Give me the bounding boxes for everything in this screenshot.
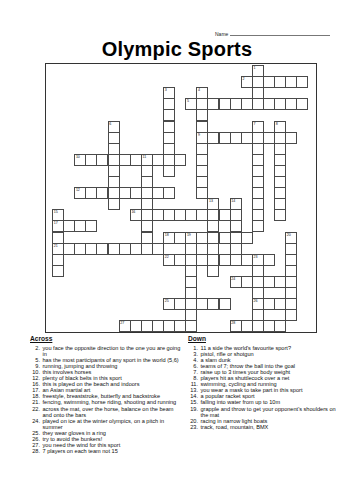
down-column: Down 1.11 a side the world's favourite s… [188, 336, 340, 430]
clue-number: 2. [30, 345, 40, 357]
page-title: Olympic Sports [0, 38, 354, 61]
clue-number: 19. [188, 406, 198, 418]
cell-number: 8 [276, 122, 278, 126]
clue-item: 28.7 players on each team not 15 [30, 448, 183, 454]
grid-cell[interactable] [163, 165, 175, 177]
cell-number: 1 [253, 66, 255, 70]
grid-cell[interactable] [52, 265, 64, 277]
crossword-box: 1234567891011121314151617181920212223242… [45, 63, 317, 333]
cell-number: 13 [209, 199, 213, 203]
cell-number: 17 [54, 221, 58, 225]
cell-number: 12 [76, 188, 80, 192]
grid-cell[interactable] [252, 220, 264, 232]
clue-number: 22. [30, 406, 40, 418]
grid-cell[interactable] [219, 298, 231, 310]
grid-cell[interactable] [85, 220, 97, 232]
cell-number: 6 [109, 122, 111, 126]
cell-number: 25 [165, 299, 169, 303]
grid-cell[interactable] [108, 198, 120, 210]
cell-number: 28 [231, 321, 235, 325]
clue-text: you face the opposite direction to the o… [43, 345, 184, 357]
cell-number: 4 [198, 88, 200, 92]
cell-number: 5 [187, 99, 189, 103]
clue-number: 28. [30, 448, 40, 454]
cell-number: 19 [187, 233, 191, 237]
cell-number: 22 [165, 255, 169, 259]
clue-item: 24.played on ice at the winter olympics,… [30, 418, 183, 430]
cell-number: 15 [54, 210, 58, 214]
clue-text: played on ice at the winter olympics, on… [43, 418, 184, 430]
cell-number: 9 [198, 133, 200, 137]
name-input-line[interactable] [230, 29, 330, 36]
clue-item: 2.you face the opposite direction to the… [30, 345, 183, 357]
clue-text: track, road, mountain, BMX [201, 424, 341, 430]
grid-cell[interactable] [263, 254, 275, 266]
cell-number: 16 [131, 210, 135, 214]
across-header: Across [30, 336, 183, 342]
clue-item: 19.grapple and throw to get your opponen… [188, 406, 340, 418]
cell-number: 21 [54, 244, 58, 248]
down-list: 1.11 a side the world's favourite sport?… [188, 345, 340, 430]
name-field: Name [215, 29, 345, 37]
grid-cell[interactable] [296, 98, 308, 110]
cell-number: 26 [253, 299, 257, 303]
clue-text: across the mat, over the horse, balance … [43, 406, 184, 418]
cell-number: 14 [231, 199, 235, 203]
grid-cell[interactable] [285, 132, 297, 144]
grid-cell[interactable] [207, 265, 219, 277]
grid-cell[interactable] [163, 187, 175, 199]
cell-number: 11 [142, 155, 146, 159]
clue-number: 24. [30, 418, 40, 430]
name-label: Name [215, 31, 228, 37]
grid-cell[interactable] [285, 309, 297, 321]
cell-number: 18 [165, 233, 169, 237]
cell-number: 7 [253, 122, 255, 126]
cell-number: 23 [253, 255, 257, 259]
clue-item: 23.track, road, mountain, BMX [188, 424, 340, 430]
cell-number: 3 [165, 88, 167, 92]
worksheet-page: Name Olympic Sports 12345678910111213141… [0, 0, 354, 500]
grid-cell[interactable] [174, 154, 186, 166]
cell-number: 24 [231, 277, 235, 281]
across-column: Across 2.you face the opposite direction… [30, 336, 183, 454]
clue-item: 22.across the mat, over the horse, balan… [30, 406, 183, 418]
grid-cell[interactable] [185, 320, 197, 332]
grid-cell[interactable] [296, 76, 308, 88]
clue-text: 7 players on each team not 15 [43, 448, 184, 454]
across-list: 2.you face the opposite direction to the… [30, 345, 183, 455]
cell-number: 10 [76, 155, 80, 159]
cell-number: 20 [287, 233, 291, 237]
grid-cell[interactable] [274, 209, 286, 221]
grid-cell[interactable] [241, 232, 253, 244]
grid-cell[interactable] [274, 320, 286, 332]
down-header: Down [188, 336, 340, 342]
clue-number: 23. [188, 424, 198, 430]
cell-number: 27 [120, 321, 124, 325]
clue-text: grapple and throw to get your opponent's… [201, 406, 341, 418]
cell-number: 2 [242, 77, 244, 81]
